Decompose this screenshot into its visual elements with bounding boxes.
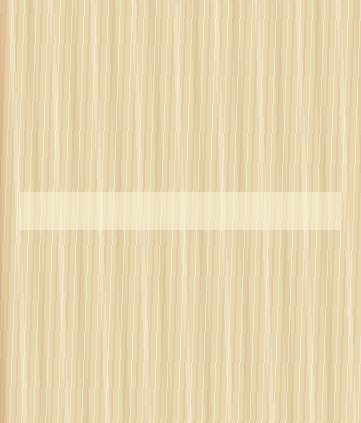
xiangqi-board xyxy=(0,0,361,423)
river-label-left xyxy=(68,196,160,230)
board-field[interactable] xyxy=(2,12,359,410)
river-label-right xyxy=(198,196,298,230)
